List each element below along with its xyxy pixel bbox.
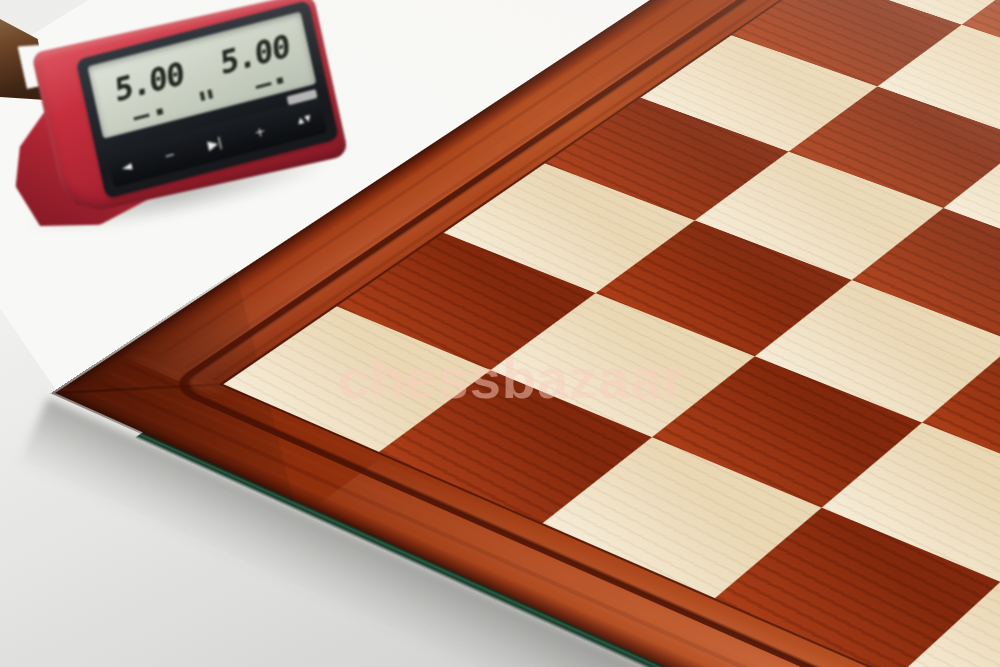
scene: 5.00 5.00 ◄ − ▶| + ▲▼ bbox=[0, 0, 1000, 667]
lcd-segment-mark bbox=[133, 114, 149, 121]
up-down-icon: ▲▼ bbox=[297, 114, 313, 125]
clock-time-left: 5.00 bbox=[114, 54, 185, 108]
sound-icon: ◄ bbox=[120, 158, 133, 173]
lcd-segment-mark bbox=[276, 77, 283, 84]
lcd-segment-mark bbox=[200, 91, 206, 101]
clock-time-right: 5.00 bbox=[220, 27, 291, 81]
clock-display-bezel: 5.00 5.00 ◄ − ▶| + ▲▼ bbox=[76, 0, 339, 199]
plus-icon: + bbox=[253, 124, 266, 139]
lcd-segment-mark bbox=[207, 89, 213, 99]
lcd-segment-mark bbox=[156, 108, 163, 115]
chess-clock: 5.00 5.00 ◄ − ▶| + ▲▼ bbox=[2, 8, 347, 223]
play-pause-icon: ▶| bbox=[206, 135, 223, 151]
clock-body-group: 5.00 5.00 ◄ − ▶| + ▲▼ bbox=[0, 0, 366, 258]
minus-icon: − bbox=[163, 147, 176, 162]
lcd-segment-mark bbox=[256, 82, 272, 89]
